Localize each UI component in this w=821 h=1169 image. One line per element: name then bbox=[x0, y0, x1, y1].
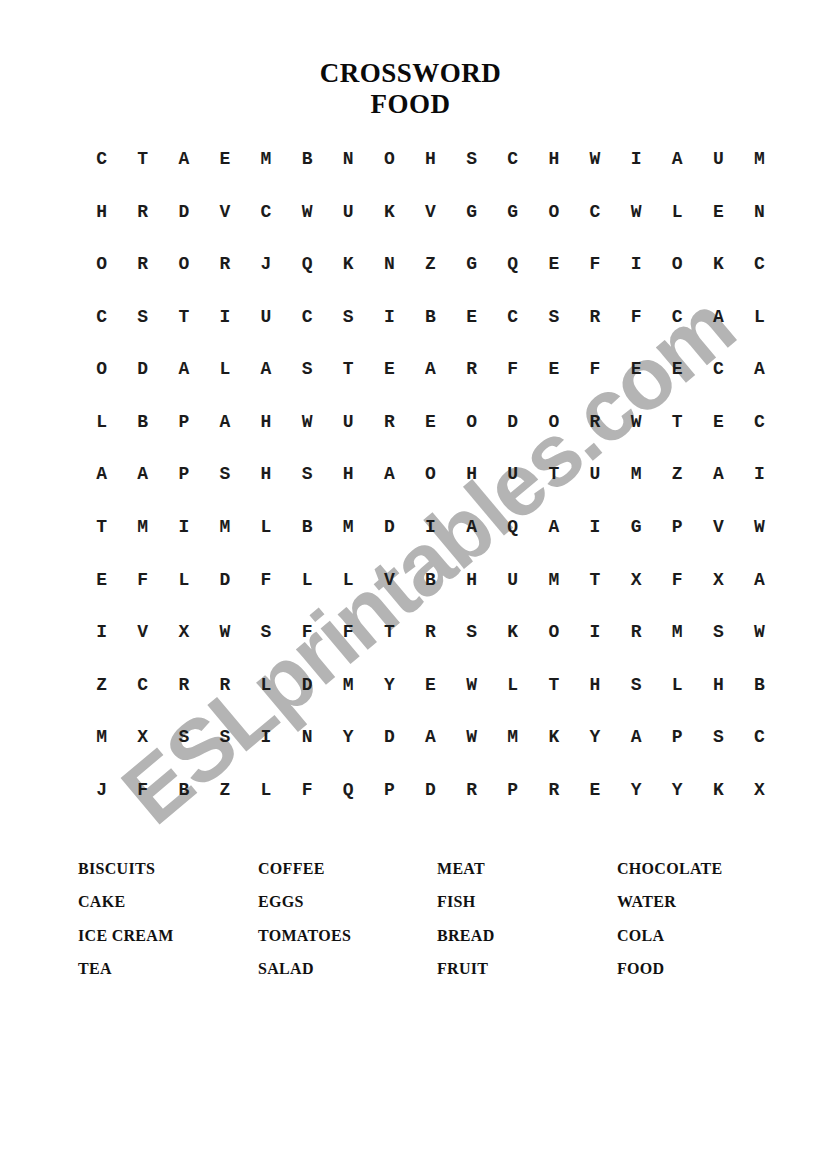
grid-cell: O bbox=[533, 606, 574, 659]
grid-cell: H bbox=[574, 658, 615, 711]
grid-cell: H bbox=[245, 396, 286, 449]
grid-cell: S bbox=[698, 606, 739, 659]
grid-cell: F bbox=[287, 606, 328, 659]
grid-cell: R bbox=[163, 658, 204, 711]
grid-cell: L bbox=[245, 763, 286, 816]
grid-cell: J bbox=[81, 763, 122, 816]
grid-cell: X bbox=[698, 553, 739, 606]
grid-cell: N bbox=[287, 711, 328, 764]
grid-cell: W bbox=[739, 606, 780, 659]
word-list-item: ICE CREAM bbox=[78, 927, 258, 945]
grid-cell: A bbox=[410, 343, 451, 396]
worksheet-page: CROSSWORD FOOD ESLprintables.com CTAEMBN… bbox=[0, 0, 821, 1169]
grid-cell: S bbox=[122, 291, 163, 344]
grid-cell: D bbox=[122, 343, 163, 396]
grid-cell: M bbox=[616, 448, 657, 501]
grid-cell: C bbox=[739, 711, 780, 764]
grid-cell: G bbox=[492, 186, 533, 239]
word-list-item: WATER bbox=[617, 893, 768, 911]
grid-cell: T bbox=[122, 133, 163, 186]
grid-cell: P bbox=[657, 711, 698, 764]
grid-cell: C bbox=[287, 291, 328, 344]
grid-cell: B bbox=[287, 501, 328, 554]
grid-cell: C bbox=[492, 291, 533, 344]
grid-cell: I bbox=[616, 133, 657, 186]
grid-cell: L bbox=[163, 553, 204, 606]
grid-cell: C bbox=[739, 396, 780, 449]
grid-cell: A bbox=[698, 291, 739, 344]
grid-cell: D bbox=[163, 186, 204, 239]
grid-cell: O bbox=[410, 448, 451, 501]
grid-cell: N bbox=[369, 238, 410, 291]
grid-cell: S bbox=[698, 711, 739, 764]
grid-cell: L bbox=[245, 501, 286, 554]
word-list-item: TOMATOES bbox=[258, 927, 437, 945]
puzzle-title-line2: FOOD bbox=[0, 89, 821, 120]
grid-cell: A bbox=[616, 711, 657, 764]
grid-cell: O bbox=[369, 133, 410, 186]
grid-cell: L bbox=[287, 553, 328, 606]
grid-cell: O bbox=[533, 186, 574, 239]
grid-cell: B bbox=[163, 763, 204, 816]
word-list-item: FOOD bbox=[617, 960, 768, 978]
grid-cell: K bbox=[698, 763, 739, 816]
grid-cell: K bbox=[533, 711, 574, 764]
grid-cell: X bbox=[739, 763, 780, 816]
grid-cell: R bbox=[574, 396, 615, 449]
grid-cell: I bbox=[739, 448, 780, 501]
grid-cell: E bbox=[533, 238, 574, 291]
grid-cell: S bbox=[204, 448, 245, 501]
grid-cell: U bbox=[245, 291, 286, 344]
grid-cell: L bbox=[204, 343, 245, 396]
grid-cell: L bbox=[492, 658, 533, 711]
grid-cell: R bbox=[533, 763, 574, 816]
grid-cell: K bbox=[328, 238, 369, 291]
grid-cell: P bbox=[492, 763, 533, 816]
grid-cell: X bbox=[616, 553, 657, 606]
word-list-item: CAKE bbox=[78, 893, 258, 911]
grid-cell: E bbox=[204, 133, 245, 186]
grid-cell: A bbox=[245, 343, 286, 396]
grid-cell: H bbox=[328, 448, 369, 501]
grid-cell: E bbox=[410, 658, 451, 711]
grid-cell: F bbox=[616, 291, 657, 344]
grid-cell: T bbox=[369, 606, 410, 659]
grid-cell: E bbox=[410, 396, 451, 449]
grid-cell: Y bbox=[369, 658, 410, 711]
grid-cell: C bbox=[122, 658, 163, 711]
grid-cell: A bbox=[410, 711, 451, 764]
grid-cell: I bbox=[369, 291, 410, 344]
grid-cell: O bbox=[657, 238, 698, 291]
grid-cell: C bbox=[657, 291, 698, 344]
grid-cell: F bbox=[122, 553, 163, 606]
grid-cell: A bbox=[533, 501, 574, 554]
grid-cell: M bbox=[245, 133, 286, 186]
grid-cell: R bbox=[451, 343, 492, 396]
grid-cell: S bbox=[328, 291, 369, 344]
grid-cell: R bbox=[369, 396, 410, 449]
grid-cell: I bbox=[163, 501, 204, 554]
grid-cell: D bbox=[204, 553, 245, 606]
grid-cell: E bbox=[451, 291, 492, 344]
grid-cell: A bbox=[657, 133, 698, 186]
grid-cell: K bbox=[492, 606, 533, 659]
grid-cell: E bbox=[533, 343, 574, 396]
grid-cell: L bbox=[657, 186, 698, 239]
grid-cell: X bbox=[122, 711, 163, 764]
word-list-item: CHOCOLATE bbox=[617, 860, 768, 878]
word-list: BISCUITSCOFFEEMEATCHOCOLATECAKEEGGSFISHW… bbox=[78, 852, 768, 986]
grid-cell: M bbox=[492, 711, 533, 764]
grid-cell: S bbox=[616, 658, 657, 711]
grid-cell: D bbox=[369, 711, 410, 764]
grid-cell: M bbox=[122, 501, 163, 554]
word-list-item: SALAD bbox=[258, 960, 437, 978]
word-list-item: MEAT bbox=[437, 860, 617, 878]
grid-cell: O bbox=[81, 238, 122, 291]
grid-cell: H bbox=[698, 658, 739, 711]
grid-cell: B bbox=[739, 658, 780, 711]
grid-cell: H bbox=[410, 133, 451, 186]
grid-cell: R bbox=[451, 763, 492, 816]
grid-cell: O bbox=[451, 396, 492, 449]
grid-cell: F bbox=[574, 238, 615, 291]
grid-cell: L bbox=[739, 291, 780, 344]
grid-cell: E bbox=[369, 343, 410, 396]
grid-cell: G bbox=[616, 501, 657, 554]
grid-cell: E bbox=[698, 396, 739, 449]
grid-cell: H bbox=[451, 448, 492, 501]
word-list-item: BREAD bbox=[437, 927, 617, 945]
grid-cell: Z bbox=[204, 763, 245, 816]
grid-cell: L bbox=[328, 553, 369, 606]
grid-cell: W bbox=[287, 186, 328, 239]
grid-cell: O bbox=[81, 343, 122, 396]
grid-cell: A bbox=[204, 396, 245, 449]
grid-cell: D bbox=[287, 658, 328, 711]
grid-cell: Z bbox=[81, 658, 122, 711]
grid-cell: S bbox=[245, 606, 286, 659]
grid-cell: F bbox=[657, 553, 698, 606]
grid-cell: C bbox=[739, 238, 780, 291]
grid-cell: C bbox=[81, 133, 122, 186]
grid-cell: U bbox=[698, 133, 739, 186]
grid-cell: H bbox=[245, 448, 286, 501]
grid-cell: E bbox=[698, 186, 739, 239]
grid-cell: Y bbox=[657, 763, 698, 816]
grid-cell: I bbox=[204, 291, 245, 344]
grid-cell: D bbox=[369, 501, 410, 554]
grid-cell: A bbox=[451, 501, 492, 554]
grid-cell: M bbox=[533, 553, 574, 606]
grid-cell: I bbox=[410, 501, 451, 554]
grid-cell: R bbox=[122, 238, 163, 291]
grid-cell: L bbox=[81, 396, 122, 449]
grid-cell: S bbox=[533, 291, 574, 344]
grid-cell: F bbox=[245, 553, 286, 606]
grid-cell: C bbox=[81, 291, 122, 344]
grid-cell: A bbox=[122, 448, 163, 501]
grid-cell: A bbox=[739, 553, 780, 606]
grid-cell: P bbox=[369, 763, 410, 816]
grid-cell: V bbox=[410, 186, 451, 239]
grid-cell: B bbox=[287, 133, 328, 186]
grid-cell: Q bbox=[287, 238, 328, 291]
grid-cell: M bbox=[81, 711, 122, 764]
grid-cell: H bbox=[451, 553, 492, 606]
grid-cell: Y bbox=[574, 711, 615, 764]
grid-cell: O bbox=[533, 396, 574, 449]
grid-cell: Q bbox=[492, 501, 533, 554]
grid-cell: L bbox=[245, 658, 286, 711]
grid-cell: A bbox=[698, 448, 739, 501]
grid-cell: T bbox=[533, 658, 574, 711]
puzzle-title-line1: CROSSWORD bbox=[0, 58, 821, 89]
grid-cell: C bbox=[492, 133, 533, 186]
grid-cell: V bbox=[698, 501, 739, 554]
grid-cell: V bbox=[122, 606, 163, 659]
grid-cell: G bbox=[451, 186, 492, 239]
grid-cell: I bbox=[245, 711, 286, 764]
grid-cell: P bbox=[657, 501, 698, 554]
grid-cell: W bbox=[616, 186, 657, 239]
grid-cell: A bbox=[163, 343, 204, 396]
grid-cell: S bbox=[451, 606, 492, 659]
grid-cell: T bbox=[574, 553, 615, 606]
grid-cell: S bbox=[163, 711, 204, 764]
grid-cell: I bbox=[81, 606, 122, 659]
grid-cell: I bbox=[574, 606, 615, 659]
grid-cell: G bbox=[451, 238, 492, 291]
grid-cell: Y bbox=[616, 763, 657, 816]
word-list-item: TEA bbox=[78, 960, 258, 978]
grid-cell: F bbox=[492, 343, 533, 396]
grid-cell: W bbox=[451, 658, 492, 711]
grid-cell: P bbox=[163, 448, 204, 501]
grid-cell: W bbox=[451, 711, 492, 764]
grid-cell: W bbox=[739, 501, 780, 554]
grid-cell: R bbox=[204, 658, 245, 711]
grid-cell: E bbox=[657, 343, 698, 396]
grid-cell: S bbox=[204, 711, 245, 764]
grid-cell: M bbox=[739, 133, 780, 186]
grid-cell: E bbox=[81, 553, 122, 606]
grid-cell: D bbox=[410, 763, 451, 816]
grid-cell: U bbox=[328, 396, 369, 449]
grid-cell: F bbox=[287, 763, 328, 816]
grid-cell: R bbox=[122, 186, 163, 239]
grid-cell: X bbox=[163, 606, 204, 659]
word-search-grid: CTAEMBNOHSCHWIAUMHRDVCWUKVGGOCWLENORORJQ… bbox=[81, 133, 780, 816]
word-list-item: BISCUITS bbox=[78, 860, 258, 878]
grid-cell: F bbox=[122, 763, 163, 816]
grid-cell: V bbox=[369, 553, 410, 606]
grid-cell: W bbox=[574, 133, 615, 186]
grid-cell: B bbox=[122, 396, 163, 449]
grid-cell: T bbox=[657, 396, 698, 449]
grid-cell: N bbox=[328, 133, 369, 186]
grid-cell: D bbox=[492, 396, 533, 449]
word-list-item: EGGS bbox=[258, 893, 437, 911]
grid-cell: N bbox=[739, 186, 780, 239]
grid-cell: Q bbox=[492, 238, 533, 291]
grid-cell: F bbox=[574, 343, 615, 396]
grid-cell: A bbox=[369, 448, 410, 501]
grid-cell: Y bbox=[328, 711, 369, 764]
grid-cell: I bbox=[574, 501, 615, 554]
puzzle-title: CROSSWORD FOOD bbox=[0, 58, 821, 120]
grid-cell: S bbox=[451, 133, 492, 186]
grid-cell: U bbox=[492, 553, 533, 606]
grid-cell: C bbox=[245, 186, 286, 239]
grid-cell: B bbox=[410, 291, 451, 344]
word-list-item: FISH bbox=[437, 893, 617, 911]
grid-cell: K bbox=[698, 238, 739, 291]
grid-cell: S bbox=[287, 448, 328, 501]
grid-cell: A bbox=[163, 133, 204, 186]
grid-cell: E bbox=[574, 763, 615, 816]
grid-cell: Z bbox=[657, 448, 698, 501]
grid-cell: V bbox=[204, 186, 245, 239]
grid-cell: U bbox=[328, 186, 369, 239]
grid-cell: H bbox=[81, 186, 122, 239]
grid-cell: R bbox=[410, 606, 451, 659]
word-list-item: COLA bbox=[617, 927, 768, 945]
grid-cell: T bbox=[81, 501, 122, 554]
grid-cell: A bbox=[81, 448, 122, 501]
grid-cell: U bbox=[492, 448, 533, 501]
grid-cell: R bbox=[204, 238, 245, 291]
grid-cell: E bbox=[616, 343, 657, 396]
grid-cell: M bbox=[328, 501, 369, 554]
grid-cell: S bbox=[287, 343, 328, 396]
grid-cell: H bbox=[533, 133, 574, 186]
grid-cell: Z bbox=[410, 238, 451, 291]
grid-cell: W bbox=[616, 396, 657, 449]
grid-cell: P bbox=[163, 396, 204, 449]
word-list-item: COFFEE bbox=[258, 860, 437, 878]
word-list-item: FRUIT bbox=[437, 960, 617, 978]
grid-cell: F bbox=[328, 606, 369, 659]
grid-cell: K bbox=[369, 186, 410, 239]
grid-cell: M bbox=[328, 658, 369, 711]
grid-cell: L bbox=[657, 658, 698, 711]
grid-cell: C bbox=[698, 343, 739, 396]
grid-cell: J bbox=[245, 238, 286, 291]
grid-cell: R bbox=[574, 291, 615, 344]
grid-cell: M bbox=[204, 501, 245, 554]
grid-cell: R bbox=[616, 606, 657, 659]
grid-cell: C bbox=[574, 186, 615, 239]
grid-cell: A bbox=[739, 343, 780, 396]
grid-cell: U bbox=[574, 448, 615, 501]
grid-cell: T bbox=[533, 448, 574, 501]
grid-cell: W bbox=[287, 396, 328, 449]
grid-cell: W bbox=[204, 606, 245, 659]
grid-cell: O bbox=[163, 238, 204, 291]
grid-cell: M bbox=[657, 606, 698, 659]
grid-cell: T bbox=[328, 343, 369, 396]
grid-cell: B bbox=[410, 553, 451, 606]
grid-cell: T bbox=[163, 291, 204, 344]
grid-cell: Q bbox=[328, 763, 369, 816]
grid-cell: I bbox=[616, 238, 657, 291]
